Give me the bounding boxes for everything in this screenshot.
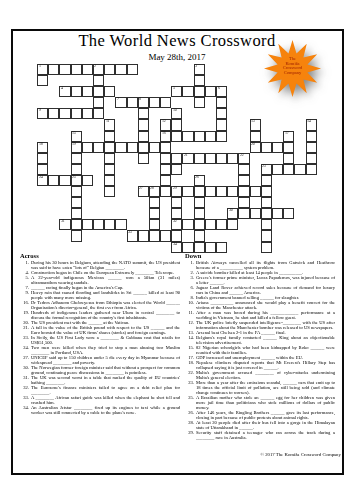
clue-item-text: Ariana __________ announced she would pl… <box>196 300 335 310</box>
clue-item-text: The Eurozone's finance ministers failed … <box>31 385 180 395</box>
grid-cell[interactable]: 14 <box>306 119 317 130</box>
grid-cell[interactable]: 4 <box>59 86 70 97</box>
clue-item-text: The Norwegian former foreign minister sa… <box>31 365 180 375</box>
clue-item-number: 22. <box>185 370 194 380</box>
grid-cell[interactable]: 1 <box>37 64 48 75</box>
clue-number: 23 <box>262 164 266 168</box>
clue-number: 29 <box>173 186 177 190</box>
crossword-grid: 1234567891011121314151617181920212223242… <box>37 64 317 253</box>
clue-number: 10 <box>173 108 177 112</box>
grid-cell[interactable] <box>216 97 227 108</box>
clue-item: 23.In Sicily, the US First Lady wore a _… <box>20 335 180 345</box>
grid-cell[interactable] <box>194 86 205 97</box>
grid-cell[interactable] <box>272 142 283 153</box>
grid-cell[interactable] <box>71 86 82 97</box>
grid-cell[interactable] <box>71 108 82 119</box>
clue-number: 11 <box>106 119 109 123</box>
grid-cell[interactable]: 17 <box>283 131 294 142</box>
clue-number: 30 <box>229 208 233 212</box>
clue-item-number: 27. <box>20 355 29 365</box>
clue-item-number: 23. <box>20 335 29 345</box>
clue-item: 32.The Eurozone's finance ministers fail… <box>20 385 180 395</box>
clue-number: 17 <box>285 131 289 135</box>
grid-cell[interactable] <box>138 119 149 130</box>
grid-cell[interactable]: 23 <box>261 164 272 175</box>
grid-cell[interactable] <box>194 197 205 208</box>
grid-cell[interactable] <box>149 97 160 108</box>
clue-number: 2 <box>94 64 96 68</box>
clue-number: 13 <box>251 119 255 123</box>
clue-item-number: 19. <box>20 310 29 320</box>
clue-item: 28.At least 20 people died after their b… <box>185 420 335 430</box>
clue-item-number: 5. <box>20 275 29 285</box>
grid-cell[interactable] <box>160 153 171 164</box>
clue-number: 24 <box>39 175 43 179</box>
clue-item: 31.The UK was second worst in a table th… <box>20 375 180 385</box>
grid-cell[interactable] <box>283 208 294 219</box>
clue-item-number: 18. <box>185 360 194 370</box>
down-heading: Down <box>185 253 335 258</box>
grid-cell[interactable] <box>194 219 205 230</box>
clue-item: 6.Jaguar Land Rover achieved record sale… <box>185 285 335 295</box>
clue-item: 30.The Norwegian former foreign minister… <box>20 365 180 375</box>
grid-cell[interactable] <box>261 242 272 253</box>
grid-cell[interactable] <box>59 108 70 119</box>
grid-cell[interactable] <box>306 153 317 164</box>
clue-item-number: 24. <box>20 345 29 355</box>
grid-cell[interactable] <box>138 131 149 142</box>
clue-item: 34.An Australian Jetstar ________ fired … <box>20 405 180 415</box>
grid-cell[interactable] <box>216 242 227 253</box>
grid-cell[interactable] <box>250 186 261 197</box>
clue-number: 16 <box>162 131 166 135</box>
grid-cell[interactable] <box>182 219 193 230</box>
grid-cell[interactable] <box>104 142 115 153</box>
grid-cell[interactable] <box>171 131 182 142</box>
grid-cell[interactable] <box>93 86 104 97</box>
grid-cell[interactable] <box>238 197 249 208</box>
clue-item: 24.Two men were killed when they tried t… <box>20 345 180 355</box>
grid-cell[interactable] <box>104 153 115 164</box>
grid-cell[interactable]: 12 <box>160 119 171 130</box>
grid-cell[interactable] <box>194 97 205 108</box>
grid-cell[interactable] <box>71 197 82 208</box>
down-clue-list: 1.British Airways cancelled all its flig… <box>185 260 335 440</box>
clue-number: 18 <box>39 142 43 146</box>
grid-cell[interactable]: 26 <box>194 175 205 186</box>
clue-item: 9.Heavy rain that caused flooding and la… <box>20 290 180 300</box>
clue-item-text: In Sicily, the US First Lady wore a ____… <box>31 335 180 345</box>
grid-cell[interactable] <box>182 131 193 142</box>
grid-cell[interactable] <box>71 164 82 175</box>
grid-cell[interactable]: 18 <box>37 142 48 153</box>
grid-cell[interactable] <box>115 64 126 75</box>
clue-item: 5.A 22-year-old indigenous Mexican _____… <box>20 275 180 285</box>
clue-item-number: 11. <box>185 310 194 320</box>
grid-cell[interactable]: 8 <box>138 97 149 108</box>
grid-cell[interactable] <box>82 142 93 153</box>
grid-cell[interactable] <box>115 219 126 230</box>
grid-cell[interactable] <box>182 186 193 197</box>
clue-number: 32 <box>173 219 177 223</box>
clue-number: 22 <box>240 153 244 157</box>
grid-cell[interactable] <box>294 164 305 175</box>
clue-item: 22.Malta's government accused ________ o… <box>185 370 335 380</box>
clue-item-number: 6. <box>185 285 194 295</box>
clue-item-number: 33. <box>20 395 29 405</box>
clue-item-text: Security staff detained a teenager who r… <box>196 430 335 440</box>
grid-cell[interactable] <box>37 75 48 86</box>
grid-cell[interactable] <box>37 164 48 175</box>
clue-item: 25.A Brazilian mother who stole an _____… <box>185 395 335 410</box>
clue-item-number: 28. <box>185 420 194 430</box>
clue-item-text: A 22-year-old indigenous Mexican ______ … <box>31 275 180 285</box>
clue-item: 21.A fall in the value of the British po… <box>20 325 180 335</box>
down-column: Down 1.British Airways cancelled all its… <box>185 253 335 440</box>
grid-cell[interactable] <box>149 197 160 208</box>
clue-item-text: During his 30 hours in Belgium, attendin… <box>31 260 180 270</box>
grid-cell[interactable] <box>238 175 249 186</box>
clue-item: 11.After a man was booed during his ____… <box>185 310 335 320</box>
clue-item-text: After a man was booed during his _______… <box>196 310 335 320</box>
clue-item-text: The UK police briefly suspended intellig… <box>196 320 335 330</box>
grid-cell[interactable] <box>250 131 261 142</box>
grid-cell[interactable] <box>82 64 93 75</box>
grid-cell[interactable] <box>272 164 283 175</box>
grid-cell[interactable] <box>127 64 138 75</box>
grid-cell[interactable] <box>216 119 227 130</box>
clue-item-text: The UK was second worst in a table that … <box>31 375 180 385</box>
clue-item-text: After 146 years, the Ringling Brothers _… <box>196 410 335 420</box>
grid-cell[interactable] <box>205 219 216 230</box>
grid-cell[interactable] <box>261 219 272 230</box>
grid-cell[interactable] <box>138 230 149 241</box>
grid-cell[interactable] <box>82 108 93 119</box>
grid-cell[interactable] <box>238 164 249 175</box>
grid-cell[interactable] <box>93 142 104 153</box>
copyright-notice: © 2017 The Komiža Crossword Company <box>261 452 341 457</box>
grid-cell[interactable] <box>227 153 238 164</box>
clues-section: Across 1.During his 30 hours in Belgium,… <box>20 253 340 440</box>
grid-cell[interactable]: 3 <box>194 64 205 75</box>
grid-cell[interactable] <box>194 186 205 197</box>
clue-item-number: 9. <box>20 290 29 300</box>
clue-number: 28 <box>150 186 154 190</box>
clue-item: 1.British Airways cancelled all its flig… <box>185 260 335 270</box>
grid-cell[interactable] <box>160 175 171 186</box>
clue-number: 4 <box>61 86 63 90</box>
grid-cell[interactable] <box>48 175 59 186</box>
clue-item-text: An Australian Jetstar ________ fired up … <box>31 405 180 415</box>
grid-cell[interactable] <box>59 175 70 186</box>
clue-item-text: At least 20 people died after their bus … <box>196 420 335 430</box>
grid-cell[interactable]: 30 <box>227 208 238 219</box>
grid-cell[interactable] <box>205 131 216 142</box>
grid-cell[interactable]: 34 <box>171 242 182 253</box>
grid-cell[interactable] <box>194 131 205 142</box>
clue-item-number: 30. <box>20 365 29 375</box>
clue-item-text: Two men were killed when they tried to s… <box>31 345 180 355</box>
clue-item-number: 31. <box>20 375 29 385</box>
grid-cell[interactable] <box>149 142 160 153</box>
clue-item: 19.Hundreds of indigenous leaders gather… <box>20 310 180 320</box>
grid-cell[interactable] <box>306 131 317 142</box>
clue-item: 26.After 146 years, the Ringling Brother… <box>185 410 335 420</box>
grid-cell[interactable] <box>138 108 149 119</box>
grid-cell[interactable] <box>182 86 193 97</box>
grid-cell[interactable] <box>194 153 205 164</box>
clue-item-number: 26. <box>185 410 194 420</box>
grid-cell[interactable] <box>171 153 182 164</box>
grid-cell[interactable]: 22 <box>238 153 249 164</box>
grid-cell[interactable] <box>261 197 272 208</box>
grid-cell[interactable] <box>71 219 82 230</box>
clue-item-text: 82 Nigerian schoolgirls who had been kid… <box>196 345 335 355</box>
clue-item: 15.82 Nigerian schoolgirls who had been … <box>185 345 335 355</box>
clue-item-text: A fall in the value of the British pound… <box>31 325 180 335</box>
grid-cell[interactable] <box>227 219 238 230</box>
grid-cell[interactable] <box>194 208 205 219</box>
grid-cell[interactable] <box>227 186 238 197</box>
clue-item-text: UNICEF said up to 150 children under 5 d… <box>31 355 180 365</box>
grid-cell[interactable]: 20 <box>250 142 261 153</box>
grid-cell[interactable] <box>93 75 104 86</box>
clue-item-text: Belgium's royal family contacted ______ … <box>196 335 335 345</box>
grid-cell[interactable] <box>115 142 126 153</box>
clue-item-number: 3. <box>185 275 194 285</box>
across-heading: Across <box>20 253 180 258</box>
grid-cell[interactable] <box>104 175 115 186</box>
grid-cell[interactable] <box>238 208 249 219</box>
grid-cell[interactable] <box>216 131 227 142</box>
clue-item-number: 16. <box>20 300 29 310</box>
grid-cell[interactable] <box>93 97 104 108</box>
clue-item-text: Malta's government accused ________ of c… <box>196 370 335 380</box>
clue-item: 27.UNICEF said up to 150 children under … <box>20 355 180 365</box>
clue-number: 6 <box>218 86 220 90</box>
clue-item-number: 25. <box>185 395 194 410</box>
clue-item-text: Dr Tedros Adhanom Ghebreyesus from Ethio… <box>31 300 180 310</box>
grid-cell[interactable] <box>160 186 171 197</box>
clue-item: 23.More than a year after the emissions … <box>185 380 335 395</box>
grid-cell[interactable] <box>216 186 227 197</box>
grid-cell[interactable]: 2 <box>93 64 104 75</box>
clue-number: 9 <box>39 108 41 112</box>
clue-item: 1.During his 30 hours in Belgium, attend… <box>20 260 180 270</box>
grid-cell[interactable] <box>216 153 227 164</box>
clue-number: 27 <box>139 186 143 190</box>
grid-cell[interactable]: 21 <box>182 153 193 164</box>
grid-cell[interactable] <box>216 108 227 119</box>
clue-number: 20 <box>251 142 255 146</box>
grid-cell[interactable]: 29 <box>171 186 182 197</box>
clue-number: 19 <box>72 142 76 146</box>
grid-cell[interactable]: 5 <box>171 86 182 97</box>
grid-cell[interactable] <box>283 153 294 164</box>
grid-cell[interactable] <box>205 242 216 253</box>
grid-cell[interactable] <box>48 64 59 75</box>
grid-cell[interactable]: 6 <box>216 86 227 97</box>
clue-item-number: 1. <box>185 260 194 270</box>
grid-cell[interactable] <box>104 186 115 197</box>
clue-item: 18.Nepalese climbers disputed reports th… <box>185 360 335 370</box>
clue-number: 33 <box>128 230 132 234</box>
clue-number: 31 <box>61 219 65 223</box>
clue-item: 14.Belgium's royal family contacted ____… <box>185 335 335 345</box>
grid-cell[interactable]: 33 <box>127 230 138 241</box>
grid-cell[interactable]: 27 <box>138 186 149 197</box>
clue-number: 14 <box>307 119 311 123</box>
grid-cell[interactable] <box>194 75 205 86</box>
clue-number: 34 <box>173 242 177 246</box>
clue-item-text: Hundreds of indigenous leaders gathered … <box>31 310 180 320</box>
grid-cell[interactable]: 28 <box>149 186 160 197</box>
grid-cell[interactable] <box>160 97 171 108</box>
grid-cell[interactable] <box>261 230 272 241</box>
grid-cell[interactable]: 31 <box>59 219 70 230</box>
clue-number: 8 <box>139 97 141 101</box>
grid-cell[interactable] <box>71 186 82 197</box>
grid-cell[interactable] <box>104 86 115 97</box>
clue-item-number: 10. <box>185 300 194 310</box>
grid-cell[interactable] <box>149 219 160 230</box>
grid-cell[interactable] <box>138 153 149 164</box>
grid-cell[interactable] <box>306 142 317 153</box>
grid-cell[interactable] <box>71 64 82 75</box>
grid-cell[interactable] <box>261 175 272 186</box>
grid-cell[interactable] <box>171 119 182 130</box>
grid-cell[interactable] <box>59 64 70 75</box>
grid-cell[interactable]: 10 <box>171 108 182 119</box>
grid-cell[interactable] <box>205 86 216 97</box>
grid-cell[interactable] <box>283 142 294 153</box>
clue-number: 26 <box>195 175 199 179</box>
clue-item-number: 1. <box>20 260 29 270</box>
clue-item-number: 21. <box>20 325 29 335</box>
grid-cell[interactable] <box>48 108 59 119</box>
grid-cell[interactable] <box>283 164 294 175</box>
clue-item-text: A Brazilian mother who stole an ______ e… <box>196 395 335 410</box>
clue-item-text: Jaguar Land Rover achieved record sales … <box>196 285 335 295</box>
grid-cell[interactable] <box>216 219 227 230</box>
grid-cell[interactable] <box>104 219 115 230</box>
grid-cell[interactable] <box>37 153 48 164</box>
clue-number: 12 <box>162 119 166 123</box>
grid-cell[interactable] <box>250 208 261 219</box>
grid-cell[interactable]: 15 <box>71 131 82 142</box>
grid-cell[interactable] <box>82 175 93 186</box>
grid-cell[interactable] <box>149 230 160 241</box>
grid-cell[interactable] <box>306 164 317 175</box>
grid-cell[interactable]: 9 <box>37 108 48 119</box>
grid-cell[interactable] <box>171 230 182 241</box>
clue-item-text: A ________ African safari guide was kill… <box>31 395 180 405</box>
clue-item-number: 15. <box>185 345 194 355</box>
clue-item: 16.Dr Tedros Adhanom Ghebreyesus from Et… <box>20 300 180 310</box>
grid-cell[interactable] <box>93 219 104 230</box>
grid-cell[interactable] <box>160 164 171 175</box>
grid-cell[interactable] <box>104 64 115 75</box>
clue-item: 3.Greece's former prime minister, Lucas … <box>185 275 335 285</box>
grid-cell[interactable]: 32 <box>171 219 182 230</box>
across-clue-list: 1.During his 30 hours in Belgium, attend… <box>20 260 180 415</box>
grid-cell[interactable] <box>261 142 272 153</box>
grid-cell[interactable]: 24 <box>37 175 48 186</box>
across-column: Across 1.During his 30 hours in Belgium,… <box>20 253 180 440</box>
clue-number: 21 <box>184 153 188 157</box>
grid-cell[interactable] <box>71 208 82 219</box>
clue-item-number: 12. <box>185 320 194 330</box>
grid-cell[interactable] <box>160 230 171 241</box>
grid-cell[interactable] <box>171 164 182 175</box>
clue-number: 15 <box>72 131 76 135</box>
grid-cell[interactable] <box>238 186 249 197</box>
clue-item-text: Nepalese climbers disputed reports that … <box>196 360 335 370</box>
clue-item-number: 34. <box>20 405 29 415</box>
grid-cell[interactable]: 16 <box>160 131 171 142</box>
grid-cell[interactable] <box>261 186 272 197</box>
clue-number: 3 <box>195 64 197 68</box>
clue-number: 5 <box>173 86 175 90</box>
clue-item-text: More than a year after the emissions sca… <box>196 380 335 395</box>
grid-cell[interactable] <box>261 208 272 219</box>
grid-cell[interactable] <box>104 131 115 142</box>
clue-item-text: British Airways cancelled all its flight… <box>196 260 335 270</box>
clue-item: 10.Ariana __________ announced she would… <box>185 300 335 310</box>
grid-cell[interactable]: 25 <box>71 175 82 186</box>
grid-cell[interactable]: 13 <box>250 119 261 130</box>
grid-cell[interactable] <box>160 142 171 153</box>
clue-number: 7 <box>117 97 119 101</box>
grid-cell[interactable] <box>205 153 216 164</box>
clue-number: 1 <box>39 64 41 68</box>
clue-item-number: 29. <box>185 430 194 440</box>
grid-cell[interactable]: 11 <box>104 119 115 130</box>
grid-cell[interactable] <box>127 142 138 153</box>
grid-cell[interactable] <box>82 219 93 230</box>
clue-item-number: 32. <box>20 385 29 395</box>
clue-item-number: 23. <box>185 380 194 395</box>
clue-item: 29.Security staff detained a teenager wh… <box>185 430 335 440</box>
grid-cell[interactable] <box>93 108 104 119</box>
clue-number: 25 <box>72 175 76 179</box>
clue-item-text: Heavy rain that caused flooding and land… <box>31 290 180 300</box>
grid-cell[interactable] <box>104 164 115 175</box>
grid-cell[interactable] <box>71 230 82 241</box>
grid-cell[interactable] <box>127 97 138 108</box>
grid-cell[interactable]: 19 <box>71 142 82 153</box>
grid-cell[interactable] <box>205 186 216 197</box>
clue-item: 12.The UK police briefly suspended intel… <box>185 320 335 330</box>
grid-cell[interactable] <box>194 230 205 241</box>
grid-cell[interactable] <box>149 208 160 219</box>
grid-cell[interactable]: 7 <box>115 97 126 108</box>
grid-cell[interactable] <box>71 153 82 164</box>
clue-item-number: 14. <box>185 335 194 345</box>
grid-cell[interactable] <box>171 197 182 208</box>
grid-cell[interactable] <box>138 142 149 153</box>
clue-item: 33.A ________ African safari guide was k… <box>20 395 180 405</box>
grid-cell[interactable] <box>82 86 93 97</box>
clue-item-text: Greece's former prime minister, Lucas Pa… <box>196 275 335 285</box>
grid-cell[interactable] <box>272 208 283 219</box>
